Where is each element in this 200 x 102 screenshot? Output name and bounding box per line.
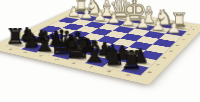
photo-stage: ♜♞♝♛♚♝♞♜♟♟♟♟♟♟♟♟♟♟♟♟♟♟♟♟♜♞♝♛♚♝♞♜ abcdefg… — [0, 0, 200, 102]
chess-board: ♜♞♝♛♚♝♞♜♟♟♟♟♟♟♟♟♟♟♟♟♟♟♟♟♜♞♝♛♚♝♞♜ abcdefg… — [0, 6, 200, 85]
photo-frame: ♜♞♝♛♚♝♞♜♟♟♟♟♟♟♟♟♟♟♟♟♟♟♟♟♜♞♝♛♚♝♞♜ abcdefg… — [0, 0, 200, 102]
